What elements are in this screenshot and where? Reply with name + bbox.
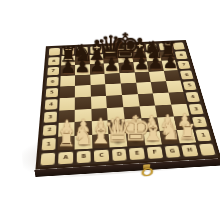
square-e4[interactable] <box>122 94 139 107</box>
coord-b-bottom: B <box>75 149 93 165</box>
blank-plaque <box>199 143 216 156</box>
coord-label: D <box>112 148 127 161</box>
coord-c-bottom: C <box>92 148 111 164</box>
coord-label: 5 <box>45 88 58 98</box>
coord-label: 6 <box>46 77 59 86</box>
coord-4-right: 4 <box>184 91 203 103</box>
corner-plaque-bottom <box>38 151 57 167</box>
coord-a-bottom: A <box>56 150 74 166</box>
piece-black-pawn-a7[interactable]: ♟ <box>47 58 88 76</box>
corner-plaque-bottom <box>197 142 218 158</box>
coord-label: G <box>164 145 181 158</box>
square-e5[interactable] <box>121 83 138 95</box>
square-e6[interactable] <box>120 72 136 83</box>
square-d6[interactable] <box>105 73 121 84</box>
coord-label: B <box>76 151 91 164</box>
coord-5-left: 5 <box>43 87 59 99</box>
square-c4[interactable] <box>91 96 107 109</box>
square-c5[interactable] <box>90 85 106 97</box>
brass-clasp <box>140 164 152 176</box>
coord-5-right: 5 <box>181 80 199 92</box>
square-a1[interactable]: ♜ <box>57 136 75 151</box>
coord-label: 5 <box>183 81 198 91</box>
coord-label: H <box>182 144 199 157</box>
coord-label: E <box>129 147 145 160</box>
coord-label: 6 <box>180 71 194 80</box>
coord-6-right: 6 <box>178 69 196 80</box>
coord-label: 4 <box>185 92 200 102</box>
coord-label: A <box>58 152 73 165</box>
blank-plaque <box>40 153 55 166</box>
coord-d-bottom: D <box>110 147 129 163</box>
square-b5[interactable] <box>75 85 91 97</box>
chess-set-photo: ABCDEFGH8♜♞♝♛♚♝♞♜87♟♟♟♟♟♟♟♟7665544332♟♟♟… <box>0 0 220 200</box>
square-d4[interactable] <box>106 95 123 108</box>
coord-6-left: 6 <box>44 76 60 88</box>
chess-board: ABCDEFGH8♜♞♝♛♚♝♞♜87♟♟♟♟♟♟♟♟7665544332♟♟♟… <box>35 40 220 170</box>
square-b4[interactable] <box>75 97 91 110</box>
coord-label: C <box>94 149 109 162</box>
board-grid: ABCDEFGH8♜♞♝♛♚♝♞♜87♟♟♟♟♟♟♟♟7665544332♟♟♟… <box>38 41 218 167</box>
square-b6[interactable] <box>75 75 90 87</box>
square-d5[interactable] <box>106 84 122 96</box>
square-a4[interactable] <box>59 97 75 110</box>
coord-label: 4 <box>44 99 58 109</box>
square-a6[interactable] <box>60 75 75 87</box>
coord-label: F <box>147 146 163 159</box>
clasp-ring-icon <box>141 168 155 177</box>
coord-e-bottom: E <box>128 146 148 162</box>
square-c6[interactable] <box>90 74 106 85</box>
square-a5[interactable] <box>59 86 75 98</box>
coord-4-left: 4 <box>43 98 60 111</box>
